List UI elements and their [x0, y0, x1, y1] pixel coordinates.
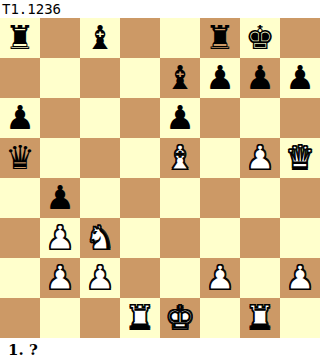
square-e5[interactable]: ♝: [160, 138, 200, 178]
black-rook[interactable]: ♜: [205, 18, 235, 58]
square-f4[interactable]: [200, 178, 240, 218]
square-b7[interactable]: [40, 58, 80, 98]
square-a1[interactable]: [0, 298, 40, 338]
square-c2[interactable]: ♟: [80, 258, 120, 298]
square-c5[interactable]: [80, 138, 120, 178]
square-b3[interactable]: ♟: [40, 218, 80, 258]
square-d1[interactable]: ♜: [120, 298, 160, 338]
square-c8[interactable]: ♝: [80, 18, 120, 58]
square-d5[interactable]: [120, 138, 160, 178]
black-queen[interactable]: ♛: [5, 138, 35, 178]
square-g4[interactable]: [240, 178, 280, 218]
square-h7[interactable]: ♟: [280, 58, 320, 98]
square-f8[interactable]: ♜: [200, 18, 240, 58]
black-pawn[interactable]: ♟: [205, 58, 235, 98]
black-pawn[interactable]: ♟: [45, 178, 75, 218]
square-a7[interactable]: [0, 58, 40, 98]
white-queen[interactable]: ♛: [285, 138, 315, 178]
white-knight[interactable]: ♞: [85, 218, 115, 258]
square-a5[interactable]: ♛: [0, 138, 40, 178]
black-bishop[interactable]: ♝: [165, 58, 195, 98]
square-f7[interactable]: ♟: [200, 58, 240, 98]
square-b5[interactable]: [40, 138, 80, 178]
square-c1[interactable]: [80, 298, 120, 338]
square-h3[interactable]: [280, 218, 320, 258]
square-b8[interactable]: [40, 18, 80, 58]
white-pawn[interactable]: ♟: [45, 258, 75, 298]
square-e1[interactable]: ♚: [160, 298, 200, 338]
square-d3[interactable]: [120, 218, 160, 258]
square-a8[interactable]: ♜: [0, 18, 40, 58]
black-pawn[interactable]: ♟: [245, 58, 275, 98]
white-pawn[interactable]: ♟: [285, 258, 315, 298]
square-g6[interactable]: [240, 98, 280, 138]
square-b6[interactable]: [40, 98, 80, 138]
square-c7[interactable]: [80, 58, 120, 98]
square-g3[interactable]: [240, 218, 280, 258]
square-c3[interactable]: ♞: [80, 218, 120, 258]
square-e4[interactable]: [160, 178, 200, 218]
square-b4[interactable]: ♟: [40, 178, 80, 218]
square-c4[interactable]: [80, 178, 120, 218]
black-pawn[interactable]: ♟: [5, 98, 35, 138]
black-pawn[interactable]: ♟: [165, 98, 195, 138]
square-f1[interactable]: [200, 298, 240, 338]
black-pawn[interactable]: ♟: [285, 58, 315, 98]
square-a6[interactable]: ♟: [0, 98, 40, 138]
square-d8[interactable]: [120, 18, 160, 58]
square-d7[interactable]: [120, 58, 160, 98]
black-rook[interactable]: ♜: [5, 18, 35, 58]
square-e3[interactable]: [160, 218, 200, 258]
square-a4[interactable]: [0, 178, 40, 218]
square-e8[interactable]: [160, 18, 200, 58]
white-pawn[interactable]: ♟: [85, 258, 115, 298]
chess-puzzle-page: T1.1236 ♜♝♜♚♝♟♟♟♟♟♛♝♟♛♟♟♞♟♟♟♟♜♚♜ 1. ?: [0, 0, 320, 360]
square-c6[interactable]: [80, 98, 120, 138]
square-b1[interactable]: [40, 298, 80, 338]
white-pawn[interactable]: ♟: [245, 138, 275, 178]
square-g2[interactable]: [240, 258, 280, 298]
square-h5[interactable]: ♛: [280, 138, 320, 178]
white-rook[interactable]: ♜: [125, 298, 155, 338]
square-g7[interactable]: ♟: [240, 58, 280, 98]
white-king[interactable]: ♚: [165, 298, 195, 338]
square-b2[interactable]: ♟: [40, 258, 80, 298]
square-d6[interactable]: [120, 98, 160, 138]
square-g8[interactable]: ♚: [240, 18, 280, 58]
puzzle-id: T1.1236: [0, 0, 320, 18]
white-rook[interactable]: ♜: [245, 298, 275, 338]
square-g1[interactable]: ♜: [240, 298, 280, 338]
white-pawn[interactable]: ♟: [45, 218, 75, 258]
square-h2[interactable]: ♟: [280, 258, 320, 298]
move-prompt: 1. ?: [0, 338, 320, 360]
square-h8[interactable]: [280, 18, 320, 58]
square-h4[interactable]: [280, 178, 320, 218]
white-pawn[interactable]: ♟: [205, 258, 235, 298]
square-f3[interactable]: [200, 218, 240, 258]
square-f2[interactable]: ♟: [200, 258, 240, 298]
square-f5[interactable]: [200, 138, 240, 178]
square-d2[interactable]: [120, 258, 160, 298]
square-d4[interactable]: [120, 178, 160, 218]
square-a3[interactable]: [0, 218, 40, 258]
square-f6[interactable]: [200, 98, 240, 138]
square-g5[interactable]: ♟: [240, 138, 280, 178]
black-bishop[interactable]: ♝: [85, 18, 115, 58]
chess-board: ♜♝♜♚♝♟♟♟♟♟♛♝♟♛♟♟♞♟♟♟♟♜♚♜: [0, 18, 320, 338]
square-e6[interactable]: ♟: [160, 98, 200, 138]
square-a2[interactable]: [0, 258, 40, 298]
square-h6[interactable]: [280, 98, 320, 138]
square-h1[interactable]: [280, 298, 320, 338]
square-e7[interactable]: ♝: [160, 58, 200, 98]
black-king[interactable]: ♚: [245, 18, 275, 58]
white-bishop[interactable]: ♝: [165, 138, 195, 178]
square-e2[interactable]: [160, 258, 200, 298]
